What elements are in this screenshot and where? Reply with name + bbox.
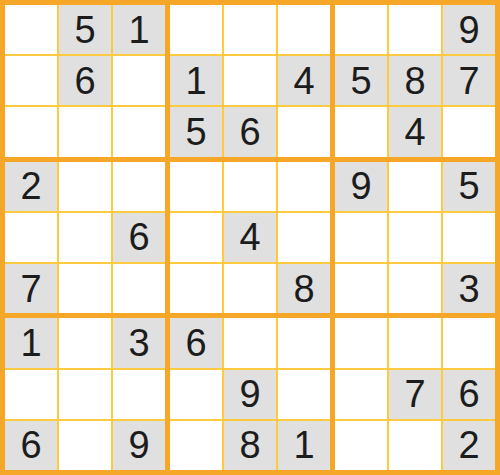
cell-r6c1: 7 (5, 264, 57, 313)
cell-r2c9: 7 (443, 56, 495, 105)
box-1-1: 516 (5, 5, 165, 157)
cell-r9c9: 2 (443, 421, 495, 470)
cell-r4c8[interactable] (389, 162, 441, 211)
cell-r5c3: 6 (113, 213, 165, 262)
cell-r6c3[interactable] (113, 264, 165, 313)
box-2-1: 267 (5, 162, 165, 314)
cell-r8c9: 6 (443, 370, 495, 419)
cell-r8c7[interactable] (335, 370, 387, 419)
cell-r3c9[interactable] (443, 107, 495, 156)
cell-r3c2[interactable] (59, 107, 111, 156)
cell-r9c4[interactable] (170, 421, 222, 470)
cell-r6c5[interactable] (224, 264, 276, 313)
cell-r2c4: 1 (170, 56, 222, 105)
cell-r8c3[interactable] (113, 370, 165, 419)
cell-r8c6[interactable] (278, 370, 330, 419)
cell-r9c2[interactable] (59, 421, 111, 470)
cell-r7c4: 6 (170, 318, 222, 367)
cell-r2c7: 5 (335, 56, 387, 105)
cell-r5c7[interactable] (335, 213, 387, 262)
cell-r2c1[interactable] (5, 56, 57, 105)
cell-r8c8: 7 (389, 370, 441, 419)
box-3-2: 6981 (170, 318, 330, 470)
cell-r1c3: 1 (113, 5, 165, 54)
cell-r3c4: 5 (170, 107, 222, 156)
cell-r5c2[interactable] (59, 213, 111, 262)
cell-r4c7: 9 (335, 162, 387, 211)
cell-r9c3: 9 (113, 421, 165, 470)
box-1-3: 95874 (335, 5, 495, 157)
cell-r1c8[interactable] (389, 5, 441, 54)
cell-r6c9: 3 (443, 264, 495, 313)
cell-r1c1[interactable] (5, 5, 57, 54)
cell-r4c9: 5 (443, 162, 495, 211)
cell-r2c5[interactable] (224, 56, 276, 105)
cell-r6c2[interactable] (59, 264, 111, 313)
cell-r5c9[interactable] (443, 213, 495, 262)
cell-r1c9: 9 (443, 5, 495, 54)
cell-r3c1[interactable] (5, 107, 57, 156)
cell-r5c4[interactable] (170, 213, 222, 262)
cell-r9c8[interactable] (389, 421, 441, 470)
cell-r6c6: 8 (278, 264, 330, 313)
box-2-2: 48 (170, 162, 330, 314)
cell-r5c5: 4 (224, 213, 276, 262)
cell-r9c1: 6 (5, 421, 57, 470)
cell-r1c2: 5 (59, 5, 111, 54)
cell-r7c5[interactable] (224, 318, 276, 367)
cell-r1c6[interactable] (278, 5, 330, 54)
cell-r3c8: 4 (389, 107, 441, 156)
cell-r6c7[interactable] (335, 264, 387, 313)
cell-r7c9[interactable] (443, 318, 495, 367)
cell-r4c1: 2 (5, 162, 57, 211)
cell-r7c8[interactable] (389, 318, 441, 367)
cell-r5c8[interactable] (389, 213, 441, 262)
cell-r3c3[interactable] (113, 107, 165, 156)
cell-r2c3[interactable] (113, 56, 165, 105)
cell-r7c6[interactable] (278, 318, 330, 367)
cell-r4c2[interactable] (59, 162, 111, 211)
cell-r7c1: 1 (5, 318, 57, 367)
box-3-1: 1369 (5, 318, 165, 470)
cell-r8c2[interactable] (59, 370, 111, 419)
box-2-3: 953 (335, 162, 495, 314)
cell-r3c7[interactable] (335, 107, 387, 156)
sudoku-board: 5161456958742674895313696981762 (0, 0, 500, 475)
cell-r4c4[interactable] (170, 162, 222, 211)
cell-r8c1[interactable] (5, 370, 57, 419)
cell-r2c6: 4 (278, 56, 330, 105)
cell-r2c8: 8 (389, 56, 441, 105)
cell-r7c3: 3 (113, 318, 165, 367)
cell-r9c6: 1 (278, 421, 330, 470)
cell-r7c7[interactable] (335, 318, 387, 367)
cell-r6c4[interactable] (170, 264, 222, 313)
box-3-3: 762 (335, 318, 495, 470)
cell-r8c5: 9 (224, 370, 276, 419)
cell-r3c6[interactable] (278, 107, 330, 156)
cell-r4c6[interactable] (278, 162, 330, 211)
cell-r9c5: 8 (224, 421, 276, 470)
cell-r8c4[interactable] (170, 370, 222, 419)
cell-r7c2[interactable] (59, 318, 111, 367)
cell-r1c7[interactable] (335, 5, 387, 54)
cell-r4c5[interactable] (224, 162, 276, 211)
cell-r3c5: 6 (224, 107, 276, 156)
cell-r9c7[interactable] (335, 421, 387, 470)
cell-r4c3[interactable] (113, 162, 165, 211)
cell-r6c8[interactable] (389, 264, 441, 313)
cell-r2c2: 6 (59, 56, 111, 105)
cell-r1c5[interactable] (224, 5, 276, 54)
cell-r5c1[interactable] (5, 213, 57, 262)
cell-r1c4[interactable] (170, 5, 222, 54)
box-1-2: 1456 (170, 5, 330, 157)
cell-r5c6[interactable] (278, 213, 330, 262)
